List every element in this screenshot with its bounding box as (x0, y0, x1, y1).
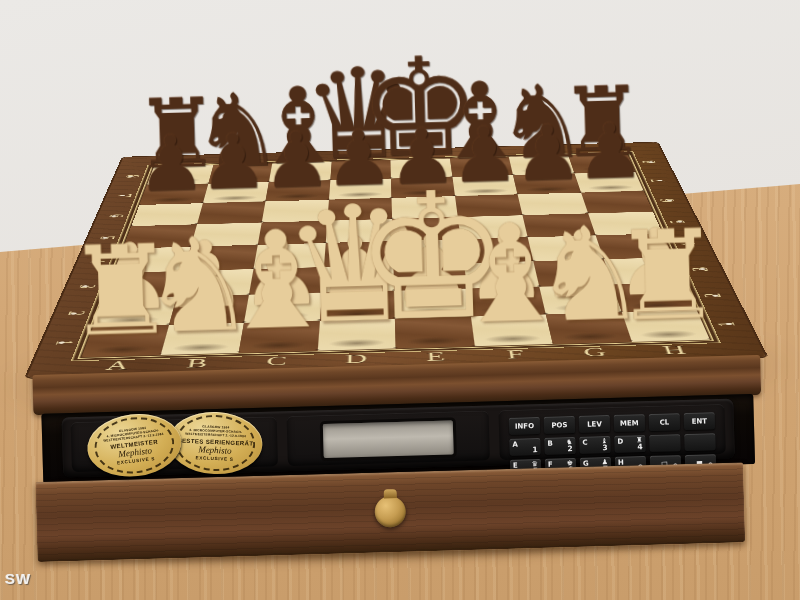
medallion-title: BESTES SERIENGERÄT (177, 437, 253, 446)
key-a1[interactable]: A1 (509, 438, 540, 456)
piece-white-rook[interactable]: ♜ (611, 213, 724, 339)
square-g7[interactable]: ♟ (513, 173, 581, 194)
keypad-panel: INFOPOSLEVMEMCLENTA1B♞2C♝3D♜4E♛5F♚6G♟7H8… (498, 404, 725, 460)
medallion-header: GLASGOW 1984 4. MICROCOMPUTER-SCHACH- WE… (102, 424, 164, 443)
led-dot (418, 153, 422, 154)
board-frame: ♜♞♝♛♚♝♞♜♟♟♟♟♟♟♟♟♟♟♟♟♟♟♟♟♜♞♝♛♚♝♞♜ ABCDEFG… (27, 142, 766, 377)
medallion-header: GLASGOW 1984 4. MICROCOMPUTER-SCHACH- WE… (185, 424, 246, 439)
key-pos[interactable]: POS (544, 416, 575, 434)
key-blank (649, 434, 680, 452)
led-dot (593, 148, 598, 149)
display-panel (287, 410, 490, 466)
medallion-model: EXCLUSIVE S (195, 455, 233, 462)
key-b2[interactable]: B♞2 (544, 437, 575, 455)
drawer-knob[interactable] (374, 496, 406, 528)
key-ent[interactable]: ENT (684, 412, 715, 430)
board-grid: ♜♞♝♛♚♝♞♜♟♟♟♟♟♟♟♟♟♟♟♟♟♟♟♟♜♞♝♛♚♝♞♜ (82, 154, 710, 358)
medallion-brand: Mephisto (198, 445, 232, 455)
medallion-weltmeister: GLASGOW 1984 4. MICROCOMPUTER-SCHACH- WE… (84, 409, 185, 481)
key-cl[interactable]: CL (649, 413, 680, 431)
square-b7[interactable]: ♟ (202, 182, 269, 203)
medallion-panel: GLASGOW 1984 4. MICROCOMPUTER-SCHACH- WE… (71, 416, 278, 472)
medallion-brand: Mephisto (117, 446, 151, 459)
square-h1[interactable]: ♜ (621, 310, 710, 342)
medallion-model: EXCLUSIVE S (116, 456, 154, 465)
lcd-display (323, 420, 454, 458)
key-d4[interactable]: D♜4 (614, 435, 645, 453)
led-dot (667, 200, 672, 202)
led-dot (300, 156, 304, 157)
watermark-text: SW (5, 570, 31, 587)
piece-black-pawn[interactable]: ♟ (512, 114, 583, 192)
led-dot (648, 161, 653, 162)
led-dot (535, 149, 540, 150)
medallion-title: WELTMEISTER (110, 438, 158, 449)
key-c3[interactable]: C♝3 (579, 436, 610, 454)
key-mem[interactable]: MEM (614, 414, 645, 432)
key-lev[interactable]: LEV (579, 415, 610, 433)
key-blank (684, 433, 715, 451)
led-dot (657, 180, 662, 182)
piece-black-pawn[interactable]: ♟ (198, 123, 269, 201)
key-info[interactable]: INFO (509, 417, 540, 435)
screenshot: ♜♞♝♛♚♝♞♜♟♟♟♟♟♟♟♟♟♟♟♟♟♟♟♟♜♞♝♛♚♝♞♜ ABCDEFG… (0, 0, 800, 600)
chess-computer: ♜♞♝♛♚♝♞♜♟♟♟♟♟♟♟♟♟♟♟♟♟♟♟♟♜♞♝♛♚♝♞♜ ABCDEFG… (18, 50, 772, 595)
